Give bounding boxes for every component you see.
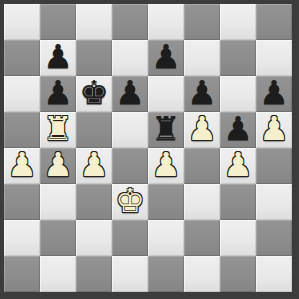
- black-pawn-e7: ♟: [151, 39, 181, 75]
- square-c5[interactable]: [76, 112, 112, 148]
- square-c2[interactable]: [76, 220, 112, 256]
- square-d7[interactable]: [112, 40, 148, 76]
- square-h1[interactable]: [256, 256, 292, 292]
- square-a3[interactable]: [4, 184, 40, 220]
- square-g6[interactable]: [220, 76, 256, 112]
- square-f7[interactable]: [184, 40, 220, 76]
- white-pawn-g4: ♟: [223, 147, 253, 183]
- white-pawn-f5: ♟: [187, 111, 217, 147]
- square-f4[interactable]: [184, 148, 220, 184]
- square-b2[interactable]: [40, 220, 76, 256]
- square-e4[interactable]: ♟: [148, 148, 184, 184]
- white-pawn-h5: ♟: [259, 111, 289, 147]
- square-a6[interactable]: [4, 76, 40, 112]
- square-c1[interactable]: [76, 256, 112, 292]
- square-a5[interactable]: [4, 112, 40, 148]
- square-c7[interactable]: [76, 40, 112, 76]
- black-pawn-d6: ♟: [115, 75, 145, 111]
- square-d1[interactable]: [112, 256, 148, 292]
- black-pawn-b6: ♟: [43, 75, 73, 111]
- white-pawn-c4: ♟: [79, 147, 109, 183]
- square-d5[interactable]: [112, 112, 148, 148]
- black-pawn-b7: ♟: [43, 39, 73, 75]
- square-g2[interactable]: [220, 220, 256, 256]
- square-c6[interactable]: ♚: [76, 76, 112, 112]
- white-pawn-b4: ♟: [43, 147, 73, 183]
- white-king-d3: ♚: [115, 183, 145, 219]
- square-c8[interactable]: [76, 4, 112, 40]
- square-c4[interactable]: ♟: [76, 148, 112, 184]
- square-d4[interactable]: [112, 148, 148, 184]
- chess-board: ♟♟♟♚♟♟♟♜♜♟♟♟♟♟♟♟♟♚: [4, 4, 292, 292]
- square-f5[interactable]: ♟: [184, 112, 220, 148]
- square-h3[interactable]: [256, 184, 292, 220]
- square-g1[interactable]: [220, 256, 256, 292]
- square-h4[interactable]: [256, 148, 292, 184]
- black-king-c6: ♚: [79, 75, 109, 111]
- square-h5[interactable]: ♟: [256, 112, 292, 148]
- square-e5[interactable]: ♜: [148, 112, 184, 148]
- white-pawn-e4: ♟: [151, 147, 181, 183]
- square-g8[interactable]: [220, 4, 256, 40]
- square-a1[interactable]: [4, 256, 40, 292]
- square-f1[interactable]: [184, 256, 220, 292]
- square-h6[interactable]: ♟: [256, 76, 292, 112]
- square-d8[interactable]: [112, 4, 148, 40]
- square-h2[interactable]: [256, 220, 292, 256]
- square-a2[interactable]: [4, 220, 40, 256]
- square-e1[interactable]: [148, 256, 184, 292]
- square-e3[interactable]: [148, 184, 184, 220]
- square-b7[interactable]: ♟: [40, 40, 76, 76]
- square-d3[interactable]: ♚: [112, 184, 148, 220]
- square-a8[interactable]: [4, 4, 40, 40]
- square-b8[interactable]: [40, 4, 76, 40]
- square-e7[interactable]: ♟: [148, 40, 184, 76]
- chess-diagram-frame: ♟♟♟♚♟♟♟♜♜♟♟♟♟♟♟♟♟♚: [0, 0, 299, 299]
- square-a7[interactable]: [4, 40, 40, 76]
- square-f3[interactable]: [184, 184, 220, 220]
- square-b6[interactable]: ♟: [40, 76, 76, 112]
- square-g7[interactable]: [220, 40, 256, 76]
- white-rook-b5: ♜: [43, 111, 73, 147]
- square-g3[interactable]: [220, 184, 256, 220]
- black-pawn-h6: ♟: [259, 75, 289, 111]
- white-pawn-a4: ♟: [7, 147, 37, 183]
- square-g4[interactable]: ♟: [220, 148, 256, 184]
- square-h7[interactable]: [256, 40, 292, 76]
- square-e6[interactable]: [148, 76, 184, 112]
- square-e2[interactable]: [148, 220, 184, 256]
- square-h8[interactable]: [256, 4, 292, 40]
- black-pawn-g5: ♟: [223, 111, 253, 147]
- square-b3[interactable]: [40, 184, 76, 220]
- square-f8[interactable]: [184, 4, 220, 40]
- square-g5[interactable]: ♟: [220, 112, 256, 148]
- square-f2[interactable]: [184, 220, 220, 256]
- square-f6[interactable]: ♟: [184, 76, 220, 112]
- square-a4[interactable]: ♟: [4, 148, 40, 184]
- black-pawn-f6: ♟: [187, 75, 217, 111]
- square-d2[interactable]: [112, 220, 148, 256]
- square-e8[interactable]: [148, 4, 184, 40]
- black-rook-e5: ♜: [151, 111, 181, 147]
- square-b4[interactable]: ♟: [40, 148, 76, 184]
- square-d6[interactable]: ♟: [112, 76, 148, 112]
- square-b1[interactable]: [40, 256, 76, 292]
- square-b5[interactable]: ♜: [40, 112, 76, 148]
- square-c3[interactable]: [76, 184, 112, 220]
